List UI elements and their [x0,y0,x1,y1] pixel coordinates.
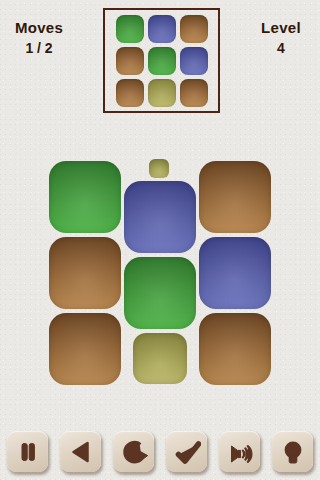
pause-button[interactable] [7,431,48,472]
check-icon [173,438,201,466]
game-screen: Moves 1 / 2 Level 4 [0,0,320,480]
pause-icon [14,438,42,466]
board-piece-brown[interactable] [199,161,271,233]
restart-button[interactable] [113,431,154,472]
restart-icon [120,438,148,466]
board-piece-brown[interactable] [49,313,121,385]
lightbulb-icon [279,438,307,466]
hint-button[interactable] [272,431,313,472]
sound-icon [226,438,254,466]
back-icon [67,438,95,466]
toolbar [0,431,320,472]
board-piece-blue[interactable] [124,181,196,253]
board-piece-blue[interactable] [199,237,271,309]
back-button[interactable] [60,431,101,472]
board-piece-green[interactable] [124,257,196,329]
check-button[interactable] [166,431,207,472]
sound-button[interactable] [219,431,260,472]
puzzle-board [0,0,320,480]
board-piece-yellow[interactable] [133,333,187,384]
board-piece-yellow[interactable] [149,159,169,178]
board-piece-green[interactable] [49,161,121,233]
board-piece-brown[interactable] [49,237,121,309]
board-piece-brown[interactable] [199,313,271,385]
